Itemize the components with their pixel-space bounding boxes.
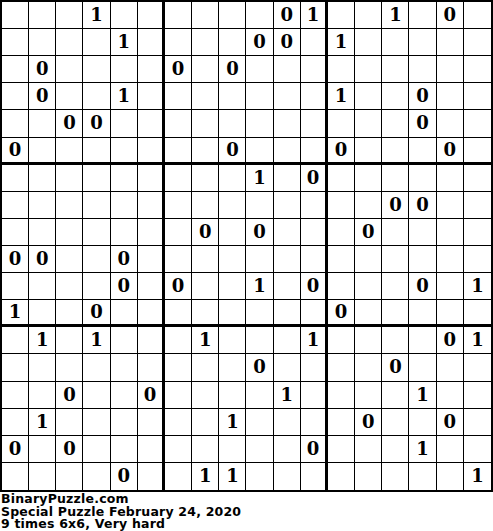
cell-r3-c9-empty[interactable] — [246, 83, 273, 110]
cell-r15-c10-empty[interactable] — [274, 409, 301, 436]
cell-r2-c10-empty[interactable] — [274, 56, 301, 83]
cell-r13-c12-empty[interactable] — [328, 354, 355, 381]
cell-r10-c10-empty[interactable] — [274, 273, 301, 300]
cell-r3-c0-empty[interactable] — [2, 83, 29, 110]
cell-r4-c16-empty[interactable] — [437, 110, 464, 137]
cell-r17-c6-empty[interactable] — [165, 463, 192, 490]
cell-r14-c8-empty[interactable] — [219, 382, 246, 409]
cell-r5-c6-empty[interactable] — [165, 138, 192, 165]
cell-r15-c2-empty[interactable] — [56, 409, 83, 436]
cell-r17-c0-empty[interactable] — [2, 463, 29, 490]
cell-r17-c10-empty[interactable] — [274, 463, 301, 490]
cell-r4-c0-empty[interactable] — [2, 110, 29, 137]
cell-r4-c12-empty[interactable] — [328, 110, 355, 137]
cell-r16-c0-given: 0 — [2, 436, 29, 463]
binary-puzzle-board: 1011010010000110000000010000000000010011… — [0, 0, 493, 492]
cell-r6-c17-empty[interactable] — [464, 165, 491, 192]
cell-r12-c9-empty[interactable] — [246, 327, 273, 354]
cell-r15-c15-empty[interactable] — [409, 409, 436, 436]
cell-r1-c10-given: 0 — [274, 29, 301, 56]
cell-r2-c7-empty[interactable] — [192, 56, 219, 83]
cell-r11-c6-empty[interactable] — [165, 300, 192, 327]
cell-r6-c5-empty[interactable] — [138, 165, 165, 192]
cell-r5-c11-empty[interactable] — [301, 138, 328, 165]
cell-r7-c7-empty[interactable] — [192, 192, 219, 219]
cell-r9-c6-empty[interactable] — [165, 246, 192, 273]
cell-r16-c1-empty[interactable] — [29, 436, 56, 463]
cell-r16-c6-empty[interactable] — [165, 436, 192, 463]
cell-r0-c12-empty[interactable] — [328, 2, 355, 29]
cell-r12-c6-empty[interactable] — [165, 327, 192, 354]
cell-r3-c2-empty[interactable] — [56, 83, 83, 110]
cell-r10-c8-empty[interactable] — [219, 273, 246, 300]
cell-r8-c0-empty[interactable] — [2, 219, 29, 246]
cell-r2-c14-empty[interactable] — [382, 56, 409, 83]
cell-r14-c11-empty[interactable] — [301, 382, 328, 409]
cell-r16-c2-given: 0 — [56, 436, 83, 463]
cell-r0-c4-empty[interactable] — [111, 2, 138, 29]
cell-r17-c17-given: 1 — [464, 463, 491, 490]
cell-r7-c2-empty[interactable] — [56, 192, 83, 219]
cell-r8-c4-empty[interactable] — [111, 219, 138, 246]
cell-r13-c5-empty[interactable] — [138, 354, 165, 381]
cell-r16-c7-empty[interactable] — [192, 436, 219, 463]
cell-r5-c16-given: 0 — [437, 138, 464, 165]
cell-r8-c13-given: 0 — [355, 219, 382, 246]
cell-r9-c17-empty[interactable] — [464, 246, 491, 273]
cell-r14-c12-empty[interactable] — [328, 382, 355, 409]
cell-r9-c11-empty[interactable] — [301, 246, 328, 273]
cell-r14-c4-empty[interactable] — [111, 382, 138, 409]
cell-r16-c15-given: 1 — [409, 436, 436, 463]
cell-r0-c8-empty[interactable] — [219, 2, 246, 29]
cell-r4-c8-empty[interactable] — [219, 110, 246, 137]
cell-r8-c17-empty[interactable] — [464, 219, 491, 246]
cell-r2-c13-empty[interactable] — [355, 56, 382, 83]
cell-r8-c7-given: 0 — [192, 219, 219, 246]
cell-r8-c5-empty[interactable] — [138, 219, 165, 246]
cell-r16-c12-empty[interactable] — [328, 436, 355, 463]
cell-r5-c8-given: 0 — [219, 138, 246, 165]
cell-r9-c15-empty[interactable] — [409, 246, 436, 273]
cell-r1-c14-empty[interactable] — [382, 29, 409, 56]
cell-r5-c2-empty[interactable] — [56, 138, 83, 165]
cell-r9-c10-empty[interactable] — [274, 246, 301, 273]
cell-r1-c13-empty[interactable] — [355, 29, 382, 56]
cell-r11-c16-empty[interactable] — [437, 300, 464, 327]
cell-r10-c2-empty[interactable] — [56, 273, 83, 300]
cell-r1-c3-empty[interactable] — [83, 29, 110, 56]
cell-r0-c15-empty[interactable] — [409, 2, 436, 29]
cell-r15-c5-empty[interactable] — [138, 409, 165, 436]
cell-r16-c5-empty[interactable] — [138, 436, 165, 463]
footer: BinaryPuzzle.com Special Puzzle February… — [0, 492, 493, 531]
cell-r12-c15-empty[interactable] — [409, 327, 436, 354]
cell-r15-c6-empty[interactable] — [165, 409, 192, 436]
cell-r17-c12-empty[interactable] — [328, 463, 355, 490]
cell-r2-c3-empty[interactable] — [83, 56, 110, 83]
cell-r16-c14-empty[interactable] — [382, 436, 409, 463]
cell-r12-c10-empty[interactable] — [274, 327, 301, 354]
cell-r5-c17-empty[interactable] — [464, 138, 491, 165]
cell-r16-c13-empty[interactable] — [355, 436, 382, 463]
cell-r3-c3-empty[interactable] — [83, 83, 110, 110]
cell-r1-c9-given: 0 — [246, 29, 273, 56]
cell-r13-c0-empty[interactable] — [2, 354, 29, 381]
cell-r12-c16-given: 0 — [437, 327, 464, 354]
cell-r6-c3-empty[interactable] — [83, 165, 110, 192]
cell-r7-c3-empty[interactable] — [83, 192, 110, 219]
cell-r13-c17-empty[interactable] — [464, 354, 491, 381]
cell-r4-c9-empty[interactable] — [246, 110, 273, 137]
cell-r1-c4-given: 1 — [111, 29, 138, 56]
cell-r1-c5-empty[interactable] — [138, 29, 165, 56]
cell-r4-c2-given: 0 — [56, 110, 83, 137]
cell-r4-c14-empty[interactable] — [382, 110, 409, 137]
cell-r7-c13-empty[interactable] — [355, 192, 382, 219]
cell-r13-c15-empty[interactable] — [409, 354, 436, 381]
cell-r10-c17-given: 1 — [464, 273, 491, 300]
cell-r14-c15-given: 1 — [409, 382, 436, 409]
cell-r10-c0-empty[interactable] — [2, 273, 29, 300]
cell-r3-c7-empty[interactable] — [192, 83, 219, 110]
cell-r9-c16-empty[interactable] — [437, 246, 464, 273]
cell-r6-c10-empty[interactable] — [274, 165, 301, 192]
cell-r14-c17-empty[interactable] — [464, 382, 491, 409]
cell-r2-c11-empty[interactable] — [301, 56, 328, 83]
cell-r9-c3-empty[interactable] — [83, 246, 110, 273]
cell-r15-c0-empty[interactable] — [2, 409, 29, 436]
cell-r9-c9-empty[interactable] — [246, 246, 273, 273]
cell-r13-c2-empty[interactable] — [56, 354, 83, 381]
cell-r9-c13-empty[interactable] — [355, 246, 382, 273]
cell-r10-c5-empty[interactable] — [138, 273, 165, 300]
cell-r7-c8-empty[interactable] — [219, 192, 246, 219]
cell-r5-c13-empty[interactable] — [355, 138, 382, 165]
cell-r15-c12-empty[interactable] — [328, 409, 355, 436]
cell-r4-c11-empty[interactable] — [301, 110, 328, 137]
cell-r6-c13-empty[interactable] — [355, 165, 382, 192]
cell-r4-c10-empty[interactable] — [274, 110, 301, 137]
cell-r17-c4-given: 0 — [111, 463, 138, 490]
cell-r1-c15-empty[interactable] — [409, 29, 436, 56]
cell-r15-c1-given: 1 — [29, 409, 56, 436]
cell-r7-c16-empty[interactable] — [437, 192, 464, 219]
cell-r0-c6-empty[interactable] — [165, 2, 192, 29]
cell-r4-c13-empty[interactable] — [355, 110, 382, 137]
cell-r14-c6-empty[interactable] — [165, 382, 192, 409]
cell-r16-c17-empty[interactable] — [464, 436, 491, 463]
cell-r1-c1-empty[interactable] — [29, 29, 56, 56]
cell-r2-c1-given: 0 — [29, 56, 56, 83]
cell-r9-c12-empty[interactable] — [328, 246, 355, 273]
cell-r1-c11-empty[interactable] — [301, 29, 328, 56]
cell-r14-c2-given: 0 — [56, 382, 83, 409]
cell-r8-c1-empty[interactable] — [29, 219, 56, 246]
cell-r12-c13-empty[interactable] — [355, 327, 382, 354]
cell-r16-c3-empty[interactable] — [83, 436, 110, 463]
cell-r12-c0-empty[interactable] — [2, 327, 29, 354]
cell-r16-c8-empty[interactable] — [219, 436, 246, 463]
cell-r3-c6-empty[interactable] — [165, 83, 192, 110]
cell-r2-c2-empty[interactable] — [56, 56, 83, 83]
cell-r17-c16-empty[interactable] — [437, 463, 464, 490]
cell-r8-c12-empty[interactable] — [328, 219, 355, 246]
cell-r10-c3-empty[interactable] — [83, 273, 110, 300]
cell-r1-c6-empty[interactable] — [165, 29, 192, 56]
cell-r7-c4-empty[interactable] — [111, 192, 138, 219]
cell-r4-c5-empty[interactable] — [138, 110, 165, 137]
cell-r6-c4-empty[interactable] — [111, 165, 138, 192]
cell-r16-c16-empty[interactable] — [437, 436, 464, 463]
cell-r7-c1-empty[interactable] — [29, 192, 56, 219]
cell-r11-c13-empty[interactable] — [355, 300, 382, 327]
cell-r7-c17-empty[interactable] — [464, 192, 491, 219]
cell-r8-c16-empty[interactable] — [437, 219, 464, 246]
cell-r12-c12-empty[interactable] — [328, 327, 355, 354]
cell-r0-c9-empty[interactable] — [246, 2, 273, 29]
cell-r9-c1-given: 0 — [29, 246, 56, 273]
cell-r17-c14-empty[interactable] — [382, 463, 409, 490]
cell-r17-c2-empty[interactable] — [56, 463, 83, 490]
cell-r17-c9-empty[interactable] — [246, 463, 273, 490]
cell-r2-c12-empty[interactable] — [328, 56, 355, 83]
cell-r3-c16-empty[interactable] — [437, 83, 464, 110]
cell-r17-c5-empty[interactable] — [138, 463, 165, 490]
cell-r12-c7-given: 1 — [192, 327, 219, 354]
cell-r10-c16-empty[interactable] — [437, 273, 464, 300]
cell-r10-c1-empty[interactable] — [29, 273, 56, 300]
cell-r11-c7-empty[interactable] — [192, 300, 219, 327]
cell-r4-c1-empty[interactable] — [29, 110, 56, 137]
cell-r4-c4-empty[interactable] — [111, 110, 138, 137]
cell-r2-c9-empty[interactable] — [246, 56, 273, 83]
cell-r6-c8-empty[interactable] — [219, 165, 246, 192]
cell-r0-c7-empty[interactable] — [192, 2, 219, 29]
cell-r16-c9-empty[interactable] — [246, 436, 273, 463]
cell-r2-c16-empty[interactable] — [437, 56, 464, 83]
cell-r5-c9-empty[interactable] — [246, 138, 273, 165]
cell-r13-c11-empty[interactable] — [301, 354, 328, 381]
cell-r11-c3-given: 0 — [83, 300, 110, 327]
cell-r14-c7-empty[interactable] — [192, 382, 219, 409]
cell-r0-c0-empty[interactable] — [2, 2, 29, 29]
cell-r14-c10-given: 1 — [274, 382, 301, 409]
cell-r7-c0-empty[interactable] — [2, 192, 29, 219]
cell-r6-c6-empty[interactable] — [165, 165, 192, 192]
cell-r3-c5-empty[interactable] — [138, 83, 165, 110]
cell-r8-c11-empty[interactable] — [301, 219, 328, 246]
cell-r3-c11-empty[interactable] — [301, 83, 328, 110]
cell-r3-c1-given: 0 — [29, 83, 56, 110]
cell-r12-c8-empty[interactable] — [219, 327, 246, 354]
cell-r13-c1-empty[interactable] — [29, 354, 56, 381]
cell-r0-c10-given: 0 — [274, 2, 301, 29]
cell-r5-c7-empty[interactable] — [192, 138, 219, 165]
cell-r2-c17-empty[interactable] — [464, 56, 491, 83]
cell-r12-c4-empty[interactable] — [111, 327, 138, 354]
cell-r8-c8-empty[interactable] — [219, 219, 246, 246]
cell-r10-c14-empty[interactable] — [382, 273, 409, 300]
cell-r13-c6-empty[interactable] — [165, 354, 192, 381]
cell-r11-c14-empty[interactable] — [382, 300, 409, 327]
puzzle-subtitle: 9 times 6x6, Very hard — [1, 518, 493, 531]
cell-r5-c14-empty[interactable] — [382, 138, 409, 165]
cell-r11-c1-empty[interactable] — [29, 300, 56, 327]
cell-r7-c12-empty[interactable] — [328, 192, 355, 219]
cell-r9-c7-empty[interactable] — [192, 246, 219, 273]
cell-r11-c0-given: 1 — [2, 300, 29, 327]
cell-r13-c3-empty[interactable] — [83, 354, 110, 381]
cell-r3-c14-empty[interactable] — [382, 83, 409, 110]
cell-r14-c16-empty[interactable] — [437, 382, 464, 409]
cell-r13-c8-empty[interactable] — [219, 354, 246, 381]
cell-r3-c17-empty[interactable] — [464, 83, 491, 110]
cell-r6-c7-empty[interactable] — [192, 165, 219, 192]
cell-r5-c3-empty[interactable] — [83, 138, 110, 165]
cell-r17-c11-empty[interactable] — [301, 463, 328, 490]
cell-r13-c7-empty[interactable] — [192, 354, 219, 381]
cell-r11-c10-empty[interactable] — [274, 300, 301, 327]
cell-r5-c10-empty[interactable] — [274, 138, 301, 165]
cell-r10-c12-empty[interactable] — [328, 273, 355, 300]
cell-r13-c10-empty[interactable] — [274, 354, 301, 381]
cell-r17-c8-given: 1 — [219, 463, 246, 490]
cell-r4-c6-empty[interactable] — [165, 110, 192, 137]
cell-r2-c5-empty[interactable] — [138, 56, 165, 83]
cell-r3-c10-empty[interactable] — [274, 83, 301, 110]
cell-r14-c0-empty[interactable] — [2, 382, 29, 409]
cell-r6-c16-empty[interactable] — [437, 165, 464, 192]
cell-r2-c15-empty[interactable] — [409, 56, 436, 83]
cell-r11-c15-empty[interactable] — [409, 300, 436, 327]
cell-r5-c15-empty[interactable] — [409, 138, 436, 165]
cell-r0-c13-empty[interactable] — [355, 2, 382, 29]
cell-r11-c8-empty[interactable] — [219, 300, 246, 327]
cell-r11-c17-empty[interactable] — [464, 300, 491, 327]
cell-r6-c15-empty[interactable] — [409, 165, 436, 192]
cell-r12-c1-given: 1 — [29, 327, 56, 354]
cell-r0-c1-empty[interactable] — [29, 2, 56, 29]
cell-r9-c14-empty[interactable] — [382, 246, 409, 273]
cell-r11-c4-empty[interactable] — [111, 300, 138, 327]
cell-r1-c17-empty[interactable] — [464, 29, 491, 56]
cell-r8-c6-empty[interactable] — [165, 219, 192, 246]
cell-r1-c12-given: 1 — [328, 29, 355, 56]
cell-r9-c5-empty[interactable] — [138, 246, 165, 273]
cell-r7-c10-empty[interactable] — [274, 192, 301, 219]
cell-r7-c9-empty[interactable] — [246, 192, 273, 219]
cell-r15-c9-empty[interactable] — [246, 409, 273, 436]
cell-r1-c16-empty[interactable] — [437, 29, 464, 56]
cell-r1-c7-empty[interactable] — [192, 29, 219, 56]
cell-r3-c4-given: 1 — [111, 83, 138, 110]
cell-r12-c5-empty[interactable] — [138, 327, 165, 354]
cell-r16-c4-empty[interactable] — [111, 436, 138, 463]
cell-r5-c5-empty[interactable] — [138, 138, 165, 165]
cell-r12-c14-empty[interactable] — [382, 327, 409, 354]
cell-r17-c1-empty[interactable] — [29, 463, 56, 490]
cell-r0-c5-empty[interactable] — [138, 2, 165, 29]
cell-r10-c13-empty[interactable] — [355, 273, 382, 300]
cell-r13-c4-empty[interactable] — [111, 354, 138, 381]
cell-r1-c2-empty[interactable] — [56, 29, 83, 56]
cell-r10-c15-given: 0 — [409, 273, 436, 300]
cell-r1-c8-empty[interactable] — [219, 29, 246, 56]
cell-r7-c15-given: 0 — [409, 192, 436, 219]
cell-r3-c8-empty[interactable] — [219, 83, 246, 110]
cell-r11-c2-empty[interactable] — [56, 300, 83, 327]
cell-r0-c11-given: 1 — [301, 2, 328, 29]
cell-r6-c2-empty[interactable] — [56, 165, 83, 192]
cell-r8-c2-empty[interactable] — [56, 219, 83, 246]
cell-r13-c13-empty[interactable] — [355, 354, 382, 381]
cell-r5-c4-empty[interactable] — [111, 138, 138, 165]
cell-r2-c0-empty[interactable] — [2, 56, 29, 83]
cell-r6-c14-empty[interactable] — [382, 165, 409, 192]
cell-r15-c17-empty[interactable] — [464, 409, 491, 436]
cell-r8-c15-empty[interactable] — [409, 219, 436, 246]
cell-r4-c17-empty[interactable] — [464, 110, 491, 137]
cell-r8-c14-empty[interactable] — [382, 219, 409, 246]
cell-r0-c17-empty[interactable] — [464, 2, 491, 29]
cell-r15-c11-empty[interactable] — [301, 409, 328, 436]
cell-r1-c0-empty[interactable] — [2, 29, 29, 56]
cell-r14-c3-empty[interactable] — [83, 382, 110, 409]
cell-r9-c2-empty[interactable] — [56, 246, 83, 273]
cell-r15-c7-empty[interactable] — [192, 409, 219, 436]
cell-r8-c3-empty[interactable] — [83, 219, 110, 246]
cell-r6-c9-given: 1 — [246, 165, 273, 192]
cell-r14-c9-empty[interactable] — [246, 382, 273, 409]
cell-r15-c3-empty[interactable] — [83, 409, 110, 436]
cell-r10-c7-empty[interactable] — [192, 273, 219, 300]
cell-r13-c14-given: 0 — [382, 354, 409, 381]
cell-r2-c4-empty[interactable] — [111, 56, 138, 83]
cell-r14-c13-empty[interactable] — [355, 382, 382, 409]
cell-r17-c3-empty[interactable] — [83, 463, 110, 490]
cell-r0-c2-empty[interactable] — [56, 2, 83, 29]
cell-r12-c2-empty[interactable] — [56, 327, 83, 354]
cell-r7-c5-empty[interactable] — [138, 192, 165, 219]
cell-r4-c7-empty[interactable] — [192, 110, 219, 137]
cell-r7-c6-empty[interactable] — [165, 192, 192, 219]
cell-r13-c16-empty[interactable] — [437, 354, 464, 381]
cell-r16-c10-empty[interactable] — [274, 436, 301, 463]
cell-r11-c9-empty[interactable] — [246, 300, 273, 327]
cell-r3-c13-empty[interactable] — [355, 83, 382, 110]
cell-r15-c14-empty[interactable] — [382, 409, 409, 436]
cell-r11-c11-empty[interactable] — [301, 300, 328, 327]
cell-r6-c0-empty[interactable] — [2, 165, 29, 192]
cell-r11-c5-empty[interactable] — [138, 300, 165, 327]
cell-r14-c1-empty[interactable] — [29, 382, 56, 409]
cell-r12-c3-given: 1 — [83, 327, 110, 354]
cell-r17-c13-empty[interactable] — [355, 463, 382, 490]
cell-r8-c10-empty[interactable] — [274, 219, 301, 246]
cell-r9-c8-empty[interactable] — [219, 246, 246, 273]
cell-r7-c11-empty[interactable] — [301, 192, 328, 219]
cell-r14-c14-empty[interactable] — [382, 382, 409, 409]
cell-r14-c5-given: 0 — [138, 382, 165, 409]
cell-r6-c1-empty[interactable] — [29, 165, 56, 192]
cell-r17-c15-empty[interactable] — [409, 463, 436, 490]
cell-r9-c4-given: 0 — [111, 246, 138, 273]
cell-r15-c4-empty[interactable] — [111, 409, 138, 436]
cell-r6-c12-empty[interactable] — [328, 165, 355, 192]
cell-r5-c1-empty[interactable] — [29, 138, 56, 165]
cell-r12-c17-given: 1 — [464, 327, 491, 354]
